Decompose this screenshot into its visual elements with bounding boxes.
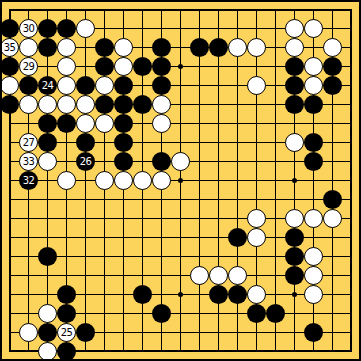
stone-black[interactable]: [57, 304, 76, 323]
stone-white[interactable]: [57, 38, 76, 57]
stone-black[interactable]: [95, 57, 114, 76]
stone-black[interactable]: [209, 285, 228, 304]
move-number: 32: [23, 176, 35, 186]
stone-black[interactable]: [152, 152, 171, 171]
stone-black[interactable]: [190, 38, 209, 57]
star-point: [292, 292, 297, 297]
stone-black[interactable]: [285, 76, 304, 95]
stone-white[interactable]: [0, 76, 19, 95]
stone-white[interactable]: [19, 38, 38, 57]
stone-black[interactable]: [76, 76, 95, 95]
stone-white[interactable]: [228, 266, 247, 285]
stone-white[interactable]: [247, 38, 266, 57]
stone-black[interactable]: [57, 342, 76, 361]
go-board[interactable]: 303529242733263225: [0, 0, 361, 361]
stone-white[interactable]: [38, 95, 57, 114]
stone-black[interactable]: [0, 57, 19, 76]
stone-black[interactable]: [152, 38, 171, 57]
stone-white[interactable]: [228, 38, 247, 57]
grid-line-vertical: [275, 9, 276, 352]
stone-white[interactable]: [304, 76, 323, 95]
stone-black[interactable]: 24: [38, 76, 57, 95]
stone-black[interactable]: [152, 304, 171, 323]
stone-white[interactable]: 35: [0, 38, 19, 57]
stone-black[interactable]: [38, 133, 57, 152]
stone-white[interactable]: [19, 323, 38, 342]
stone-black[interactable]: [114, 114, 133, 133]
stone-black[interactable]: [19, 76, 38, 95]
stone-white[interactable]: [285, 38, 304, 57]
stone-black[interactable]: [133, 57, 152, 76]
stone-black[interactable]: [304, 152, 323, 171]
stone-black[interactable]: [285, 95, 304, 114]
stone-white[interactable]: [95, 76, 114, 95]
stone-white[interactable]: 29: [19, 57, 38, 76]
stone-white[interactable]: [114, 57, 133, 76]
stone-black[interactable]: [76, 323, 95, 342]
stone-black[interactable]: [38, 19, 57, 38]
stone-white[interactable]: [190, 266, 209, 285]
stone-black[interactable]: [38, 323, 57, 342]
stone-white[interactable]: [76, 114, 95, 133]
stone-black[interactable]: [95, 38, 114, 57]
stone-black[interactable]: [133, 285, 152, 304]
star-point: [178, 292, 183, 297]
stone-white[interactable]: [304, 285, 323, 304]
stone-white[interactable]: 30: [19, 19, 38, 38]
stone-black[interactable]: [304, 323, 323, 342]
stone-white[interactable]: [114, 171, 133, 190]
stone-black[interactable]: [57, 19, 76, 38]
stone-white[interactable]: [57, 95, 76, 114]
stone-black[interactable]: [114, 95, 133, 114]
stone-white[interactable]: 33: [19, 152, 38, 171]
stone-black[interactable]: [114, 152, 133, 171]
stone-black[interactable]: [38, 38, 57, 57]
stone-black[interactable]: [266, 304, 285, 323]
stone-white[interactable]: 27: [19, 133, 38, 152]
stone-white[interactable]: [152, 171, 171, 190]
grid-line-horizontal: [9, 199, 352, 200]
stone-white[interactable]: [304, 57, 323, 76]
stone-black[interactable]: 26: [76, 152, 95, 171]
move-number: 30: [23, 24, 35, 34]
stone-white[interactable]: [38, 152, 57, 171]
stone-black[interactable]: [38, 247, 57, 266]
stone-white[interactable]: [304, 19, 323, 38]
stone-black[interactable]: [304, 95, 323, 114]
star-point: [178, 64, 183, 69]
grid-line-vertical: [350, 9, 352, 352]
star-point: [178, 178, 183, 183]
stone-white[interactable]: [247, 209, 266, 228]
grid-line-vertical: [199, 9, 200, 352]
stone-white[interactable]: [152, 114, 171, 133]
move-number: 24: [42, 81, 54, 91]
stone-white[interactable]: [38, 342, 57, 361]
stone-black[interactable]: 32: [19, 171, 38, 190]
star-point: [292, 178, 297, 183]
stone-black[interactable]: [0, 19, 19, 38]
stone-black[interactable]: [285, 228, 304, 247]
stone-white[interactable]: [95, 114, 114, 133]
stone-black[interactable]: [323, 57, 342, 76]
stone-white[interactable]: [247, 76, 266, 95]
move-number: 27: [23, 138, 35, 148]
stone-black[interactable]: [209, 38, 228, 57]
stone-black[interactable]: [323, 190, 342, 209]
stone-white[interactable]: [285, 19, 304, 38]
stone-black[interactable]: [323, 76, 342, 95]
stone-white[interactable]: [152, 95, 171, 114]
stone-white[interactable]: [57, 76, 76, 95]
move-number: 25: [61, 328, 73, 338]
stone-black[interactable]: [57, 114, 76, 133]
stone-black[interactable]: [38, 114, 57, 133]
stone-black[interactable]: [95, 95, 114, 114]
stone-white[interactable]: [323, 209, 342, 228]
stone-white[interactable]: [95, 171, 114, 190]
stone-black[interactable]: [114, 76, 133, 95]
stone-black[interactable]: [152, 57, 171, 76]
stone-white[interactable]: [57, 171, 76, 190]
stone-black[interactable]: [247, 304, 266, 323]
stone-white[interactable]: [171, 152, 190, 171]
stone-white[interactable]: [247, 285, 266, 304]
stone-white[interactable]: [57, 57, 76, 76]
stone-white[interactable]: [19, 95, 38, 114]
stone-black[interactable]: [285, 266, 304, 285]
stone-white[interactable]: [38, 304, 57, 323]
stone-white[interactable]: 25: [57, 323, 76, 342]
stone-white[interactable]: [247, 228, 266, 247]
stone-black[interactable]: [76, 133, 95, 152]
stone-white[interactable]: [76, 19, 95, 38]
move-number: 33: [23, 157, 35, 167]
stone-black[interactable]: [0, 95, 19, 114]
stone-white[interactable]: [114, 38, 133, 57]
stone-black[interactable]: [228, 285, 247, 304]
stone-black[interactable]: [57, 285, 76, 304]
stone-black[interactable]: [285, 57, 304, 76]
stone-white[interactable]: [304, 247, 323, 266]
stone-white[interactable]: [76, 95, 95, 114]
stone-white[interactable]: [209, 266, 228, 285]
stone-white[interactable]: [285, 133, 304, 152]
move-number: 35: [4, 43, 16, 53]
stone-black[interactable]: [228, 228, 247, 247]
stone-black[interactable]: [133, 95, 152, 114]
stone-black[interactable]: [304, 133, 323, 152]
move-number: 26: [80, 157, 92, 167]
stone-white[interactable]: [285, 209, 304, 228]
move-number: 29: [23, 62, 35, 72]
stone-white[interactable]: [323, 38, 342, 57]
stone-black[interactable]: [152, 76, 171, 95]
stone-black[interactable]: [114, 133, 133, 152]
stone-white[interactable]: [133, 171, 152, 190]
stone-black[interactable]: [285, 247, 304, 266]
stone-white[interactable]: [304, 209, 323, 228]
stone-white[interactable]: [304, 266, 323, 285]
